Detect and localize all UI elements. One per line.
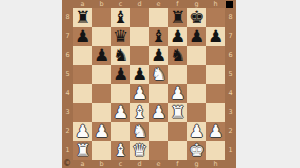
- rank-labels-left: 87654321: [62, 8, 73, 160]
- square-e2[interactable]: [149, 122, 168, 141]
- square-f3[interactable]: ♜: [168, 103, 187, 122]
- piece-black-king: ♚: [187, 8, 206, 27]
- square-f2[interactable]: [168, 122, 187, 141]
- square-f1[interactable]: [168, 141, 187, 160]
- square-c5[interactable]: ♟: [111, 65, 130, 84]
- square-d4[interactable]: ♟: [130, 84, 149, 103]
- square-c1[interactable]: ♝: [111, 141, 130, 160]
- square-b5[interactable]: [92, 65, 111, 84]
- board-squares: ♜♝♜♚♟♛♝♟♟♟♟♞♟♞♟♟♞♟♟♟♝♟♜♟♟♞♟♟♜♝♛♚: [73, 8, 225, 160]
- piece-black-pawn: ♟: [187, 27, 206, 46]
- square-d3[interactable]: ♝: [130, 103, 149, 122]
- piece-white-knight: ♞: [149, 65, 168, 84]
- square-c2[interactable]: [111, 122, 130, 141]
- piece-white-rook: ♜: [168, 103, 187, 122]
- copyright-icon: ©: [63, 159, 71, 168]
- file-labels-bottom: abcdefgh: [73, 160, 225, 168]
- square-g1[interactable]: ♚: [187, 141, 206, 160]
- piece-black-pawn: ♟: [168, 27, 187, 46]
- square-c3[interactable]: ♟: [111, 103, 130, 122]
- square-h3[interactable]: [206, 103, 225, 122]
- square-b1[interactable]: [92, 141, 111, 160]
- coord-label-e: e: [149, 160, 168, 168]
- square-e3[interactable]: ♟: [149, 103, 168, 122]
- piece-white-pawn: ♟: [111, 103, 130, 122]
- piece-white-pawn: ♟: [206, 122, 225, 141]
- coord-label-4: 4: [62, 84, 73, 103]
- piece-black-bishop: ♝: [149, 27, 168, 46]
- square-f5[interactable]: [168, 65, 187, 84]
- square-e6[interactable]: ♟: [149, 46, 168, 65]
- coord-label-3: 3: [225, 103, 236, 122]
- square-a6[interactable]: [73, 46, 92, 65]
- square-a1[interactable]: ♜: [73, 141, 92, 160]
- coord-label-3: 3: [62, 103, 73, 122]
- square-h7[interactable]: ♟: [206, 27, 225, 46]
- coord-label-c: c: [111, 160, 130, 168]
- coord-label-4: 4: [225, 84, 236, 103]
- piece-black-pawn: ♟: [111, 65, 130, 84]
- square-d7[interactable]: [130, 27, 149, 46]
- coord-label-d: d: [130, 0, 149, 8]
- piece-black-pawn: ♟: [73, 27, 92, 46]
- piece-black-queen: ♛: [111, 27, 130, 46]
- square-e7[interactable]: ♝: [149, 27, 168, 46]
- border-corner-top-left: [62, 0, 73, 8]
- square-h8[interactable]: [206, 8, 225, 27]
- piece-white-pawn: ♟: [187, 122, 206, 141]
- square-c6[interactable]: ♞: [111, 46, 130, 65]
- square-g5[interactable]: [187, 65, 206, 84]
- square-b7[interactable]: [92, 27, 111, 46]
- square-g8[interactable]: ♚: [187, 8, 206, 27]
- square-h4[interactable]: [206, 84, 225, 103]
- square-a8[interactable]: ♜: [73, 8, 92, 27]
- piece-black-pawn: ♟: [130, 65, 149, 84]
- coord-label-e: e: [149, 0, 168, 8]
- piece-white-pawn: ♟: [92, 122, 111, 141]
- piece-white-bishop: ♝: [111, 141, 130, 160]
- rank-labels-right: 87654321: [225, 8, 236, 160]
- coord-label-g: g: [187, 160, 206, 168]
- square-d2[interactable]: ♞: [130, 122, 149, 141]
- piece-black-rook: ♜: [168, 8, 187, 27]
- square-e1[interactable]: [149, 141, 168, 160]
- square-c4[interactable]: [111, 84, 130, 103]
- square-a7[interactable]: ♟: [73, 27, 92, 46]
- coord-label-b: b: [92, 160, 111, 168]
- square-b8[interactable]: [92, 8, 111, 27]
- square-f8[interactable]: ♜: [168, 8, 187, 27]
- square-b4[interactable]: [92, 84, 111, 103]
- square-a5[interactable]: [73, 65, 92, 84]
- piece-black-pawn: ♟: [92, 46, 111, 65]
- coord-label-8: 8: [62, 8, 73, 27]
- square-f6[interactable]: ♞: [168, 46, 187, 65]
- coord-label-2: 2: [225, 122, 236, 141]
- square-g4[interactable]: [187, 84, 206, 103]
- square-d1[interactable]: ♛: [130, 141, 149, 160]
- square-g2[interactable]: ♟: [187, 122, 206, 141]
- square-d6[interactable]: [130, 46, 149, 65]
- piece-black-pawn: ♟: [206, 27, 225, 46]
- coord-label-5: 5: [225, 65, 236, 84]
- coord-label-1: 1: [62, 141, 73, 160]
- piece-white-pawn: ♟: [130, 84, 149, 103]
- square-e5[interactable]: ♞: [149, 65, 168, 84]
- square-b6[interactable]: ♟: [92, 46, 111, 65]
- square-e8[interactable]: [149, 8, 168, 27]
- square-a4[interactable]: [73, 84, 92, 103]
- square-g3[interactable]: [187, 103, 206, 122]
- coord-label-h: h: [206, 0, 225, 8]
- piece-white-rook: ♜: [73, 141, 92, 160]
- coord-label-2: 2: [62, 122, 73, 141]
- coord-label-f: f: [168, 160, 187, 168]
- coord-label-a: a: [73, 160, 92, 168]
- square-a3[interactable]: [73, 103, 92, 122]
- coord-label-1: 1: [225, 141, 236, 160]
- piece-white-king: ♚: [187, 141, 206, 160]
- coord-label-8: 8: [225, 8, 236, 27]
- square-d8[interactable]: [130, 8, 149, 27]
- piece-black-pawn: ♟: [149, 46, 168, 65]
- square-g6[interactable]: [187, 46, 206, 65]
- square-d5[interactable]: ♟: [130, 65, 149, 84]
- square-c8[interactable]: ♝: [111, 8, 130, 27]
- square-h5[interactable]: [206, 65, 225, 84]
- border-corner-bottom-right: [225, 160, 236, 168]
- black-to-move-indicator: [226, 1, 233, 8]
- square-h1[interactable]: [206, 141, 225, 160]
- coord-label-b: b: [92, 0, 111, 8]
- piece-white-knight: ♞: [130, 122, 149, 141]
- piece-black-knight: ♞: [111, 46, 130, 65]
- square-a2[interactable]: ♟: [73, 122, 92, 141]
- piece-white-queen: ♛: [130, 141, 149, 160]
- coord-label-7: 7: [225, 27, 236, 46]
- coord-label-d: d: [130, 160, 149, 168]
- square-g7[interactable]: ♟: [187, 27, 206, 46]
- page-background: abcdefgh 87654321 ♜♝♜♚♟♛♝♟♟♟♟♞♟♞♟♟♞♟♟♟♝♟…: [0, 0, 300, 168]
- piece-white-pawn: ♟: [149, 103, 168, 122]
- piece-white-bishop: ♝: [130, 103, 149, 122]
- coord-label-h: h: [206, 160, 225, 168]
- coord-label-5: 5: [62, 65, 73, 84]
- piece-white-pawn: ♟: [168, 84, 187, 103]
- piece-black-rook: ♜: [73, 8, 92, 27]
- piece-black-knight: ♞: [168, 46, 187, 65]
- coord-label-7: 7: [62, 27, 73, 46]
- square-e4[interactable]: [149, 84, 168, 103]
- square-f7[interactable]: ♟: [168, 27, 187, 46]
- chess-board: abcdefgh 87654321 ♜♝♜♚♟♛♝♟♟♟♟♞♟♞♟♟♞♟♟♟♝♟…: [62, 0, 236, 168]
- square-h6[interactable]: [206, 46, 225, 65]
- square-b2[interactable]: ♟: [92, 122, 111, 141]
- square-h2[interactable]: ♟: [206, 122, 225, 141]
- square-b3[interactable]: [92, 103, 111, 122]
- piece-black-bishop: ♝: [111, 8, 130, 27]
- square-c7[interactable]: ♛: [111, 27, 130, 46]
- piece-white-pawn: ♟: [73, 122, 92, 141]
- square-f4[interactable]: ♟: [168, 84, 187, 103]
- coord-label-6: 6: [225, 46, 236, 65]
- coord-label-6: 6: [62, 46, 73, 65]
